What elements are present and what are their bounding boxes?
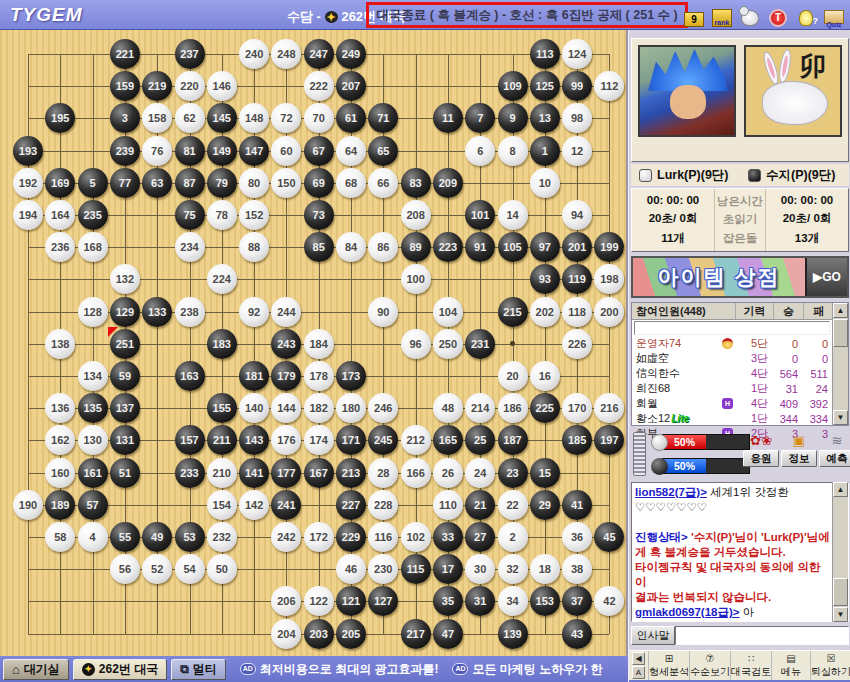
white-stone-move-26[interactable]: 26 [433, 458, 463, 488]
white-stone-move-140[interactable]: 140 [239, 393, 269, 423]
info-button[interactable]: 정보 [781, 450, 817, 467]
white-stone-move-18[interactable]: 18 [530, 554, 560, 584]
black-stone-move-5[interactable]: 5 [78, 168, 108, 198]
black-stone-move-211[interactable]: 211 [207, 425, 237, 455]
white-stone-move-68[interactable]: 68 [336, 168, 366, 198]
last-move-marker [108, 327, 118, 337]
tygem-go-client-window: TYGEM 수담 - ✦ 262번 대국 대국종료 ( 흑 불계승 ) - 호선… [0, 0, 850, 682]
predict-button[interactable]: 예측 [819, 450, 850, 467]
white-stone-move-20[interactable]: 20 [498, 361, 528, 391]
white-stone-move-138[interactable]: 138 [45, 329, 75, 359]
black-stone-move-231[interactable]: 231 [465, 329, 495, 359]
black-stone-move-147[interactable]: 147 [239, 136, 269, 166]
black-stone-move-227[interactable]: 227 [336, 490, 366, 520]
white-stone-move-48[interactable]: 48 [433, 393, 463, 423]
black-stone-move-85[interactable]: 85 [304, 232, 334, 262]
대국검토-button[interactable]: ∷대국검토 [730, 651, 771, 681]
black-stone-move-167[interactable]: 167 [304, 458, 334, 488]
white-stone-move-56[interactable]: 56 [110, 554, 140, 584]
black-stone-move-183[interactable]: 183 [207, 329, 237, 359]
black-stone-move-155[interactable]: 155 [207, 393, 237, 423]
tab-lobby[interactable]: ⌂ 대기실 [3, 659, 69, 680]
black-stone-move-205[interactable]: 205 [336, 619, 366, 649]
black-stone-move-241[interactable]: 241 [271, 490, 301, 520]
game-result-banner: 대국종료 ( 흑 불계승 ) - 호선 : 흑 6집반 공제 ( 251 수 ) [366, 2, 688, 28]
hoshi-point [510, 341, 515, 346]
white-stone-move-10[interactable]: 10 [530, 168, 560, 198]
black-time: 00: 00: 00 [781, 194, 833, 206]
participant-filter-row[interactable] [634, 321, 830, 335]
퇴실하기-button[interactable]: ☒퇴실하기 [810, 651, 850, 681]
white-stone-move-116[interactable]: 116 [368, 522, 398, 552]
white-stone-move-166[interactable]: 166 [401, 458, 431, 488]
black-stone-move-149[interactable]: 149 [207, 136, 237, 166]
black-stone-move-209[interactable]: 209 [433, 168, 463, 198]
participant-row[interactable]: 운영자745단00 [632, 336, 848, 351]
chat-scrollbar[interactable]: ▲ ▼ [832, 482, 848, 622]
white-stone-move-234[interactable]: 234 [175, 232, 205, 262]
black-stone-move-25[interactable]: 25 [465, 425, 495, 455]
black-stone-move-67[interactable]: 67 [304, 136, 334, 166]
black-stone-move-55[interactable]: 55 [110, 522, 140, 552]
white-stone-move-142[interactable]: 142 [239, 490, 269, 520]
white-stone-move-202[interactable]: 202 [530, 297, 560, 327]
black-stone-move-63[interactable]: 63 [142, 168, 172, 198]
chat-log[interactable]: lion582(7급)> 세계1위 갓정환♡♡♡♡♡♡♡ 진행상태> '수지(P… [631, 482, 849, 622]
participant-row[interactable]: 信의한수4단564511 [632, 366, 848, 381]
chat-scroll-up[interactable]: ▲ [833, 482, 848, 497]
white-stone-move-246[interactable]: 246 [368, 393, 398, 423]
black-stone-move-233[interactable]: 233 [175, 458, 205, 488]
black-stone-move-77[interactable]: 77 [110, 168, 140, 198]
white-stone-move-80[interactable]: 80 [239, 168, 269, 198]
black-stone-move-161[interactable]: 161 [78, 458, 108, 488]
white-stone-move-214[interactable]: 214 [465, 393, 495, 423]
participant-list: 참여인원(448) 기력 승 패 운영자745단00如虛空3단00信의한수4단5… [631, 302, 849, 426]
participant-scrollbar[interactable]: ▲ ▼ [832, 303, 848, 425]
white-stone-move-198[interactable]: 198 [594, 264, 624, 294]
black-stone-move-113[interactable]: 113 [530, 39, 560, 69]
white-stone-move-130[interactable]: 130 [78, 425, 108, 455]
mouse-mascot-icon[interactable] [738, 2, 762, 28]
black-stone-move-119[interactable]: 119 [562, 264, 592, 294]
black-stone-move-153[interactable]: 153 [530, 586, 560, 616]
white-stone-move-240[interactable]: 240 [239, 39, 269, 69]
bouquet-icon: ✿❀ [750, 432, 772, 450]
white-time: 00: 00: 00 [647, 194, 699, 206]
white-stone-move-124[interactable]: 124 [562, 39, 592, 69]
white-stone-move-226[interactable]: 226 [562, 329, 592, 359]
white-player-avatar [638, 45, 736, 137]
black-stone-move-215[interactable]: 215 [498, 297, 528, 327]
white-stone-move-128[interactable]: 128 [78, 297, 108, 327]
black-captures: 13개 [795, 231, 819, 246]
black-stone-move-133[interactable]: 133 [142, 297, 172, 327]
black-stone-move-203[interactable]: 203 [304, 619, 334, 649]
white-stone-move-200[interactable]: 200 [594, 297, 624, 327]
white-stone-move-2[interactable]: 2 [498, 522, 528, 552]
greeting-button[interactable]: 인사말 [631, 626, 675, 645]
black-stone-move-27[interactable]: 27 [465, 522, 495, 552]
black-stone-move-9[interactable]: 9 [498, 103, 528, 133]
black-stone-move-179[interactable]: 179 [271, 361, 301, 391]
black-stone-move-129[interactable]: 129 [110, 297, 140, 327]
white-stone-move-232[interactable]: 232 [207, 522, 237, 552]
white-stone-move-180[interactable]: 180 [336, 393, 366, 423]
toolbox-icon: ▣ [793, 432, 805, 450]
black-stone-move-251[interactable]: 251 [110, 329, 140, 359]
black-stone-move-87[interactable]: 87 [175, 168, 205, 198]
white-stone-move-62[interactable]: 62 [175, 103, 205, 133]
black-stone-move-157[interactable]: 157 [175, 425, 205, 455]
white-captures: 11개 [661, 231, 685, 246]
black-stone-move-53[interactable]: 53 [175, 522, 205, 552]
white-stone-move-34[interactable]: 34 [498, 586, 528, 616]
white-stone-move-216[interactable]: 216 [594, 393, 624, 423]
white-stone-move-52[interactable]: 52 [142, 554, 172, 584]
white-stone-move-220[interactable]: 220 [175, 71, 205, 101]
black-stone-move-21[interactable]: 21 [465, 490, 495, 520]
white-stone-move-244[interactable]: 244 [271, 297, 301, 327]
black-stone-move-121[interactable]: 121 [336, 586, 366, 616]
white-stone-move-238[interactable]: 238 [175, 297, 205, 327]
black-stone-move-143[interactable]: 143 [239, 425, 269, 455]
font-button[interactable]: A [632, 666, 645, 679]
white-stone-move-94[interactable]: 94 [562, 200, 592, 230]
black-stone-move-221[interactable]: 221 [110, 39, 140, 69]
white-stone-move-228[interactable]: 228 [368, 490, 398, 520]
white-stone-move-136[interactable]: 136 [45, 393, 75, 423]
stones-icon: ∷ [748, 653, 754, 665]
participant-row[interactable]: 희진681단3124 [632, 381, 848, 396]
chat-scroll-down[interactable]: ▼ [833, 607, 848, 622]
black-stone-move-29[interactable]: 29 [530, 490, 560, 520]
white-stone-move-14[interactable]: 14 [498, 200, 528, 230]
white-stone-move-100[interactable]: 100 [401, 264, 431, 294]
white-stone-move-50[interactable]: 50 [207, 554, 237, 584]
white-stone-move-158[interactable]: 158 [142, 103, 172, 133]
bulb-question-icon[interactable]: ? [794, 2, 818, 28]
black-stone-move-137[interactable]: 137 [110, 393, 140, 423]
black-stone-move-243[interactable]: 243 [271, 329, 301, 359]
black-player-name-cell: 수지(P)(9단) [740, 167, 849, 184]
black-stone-move-173[interactable]: 173 [336, 361, 366, 391]
collapse-button[interactable]: ◀ [632, 652, 645, 665]
black-stone-move-45[interactable]: 45 [594, 522, 624, 552]
black-stone-move-93[interactable]: 93 [530, 264, 560, 294]
white-stone-move-46[interactable]: 46 [336, 554, 366, 584]
white-stone-move-174[interactable]: 174 [304, 425, 334, 455]
white-stone-move-58[interactable]: 58 [45, 522, 75, 552]
black-stone-move-177[interactable]: 177 [271, 458, 301, 488]
smiley-redcap [722, 338, 733, 349]
black-stone-move-207[interactable]: 207 [336, 71, 366, 101]
black-stone-move-171[interactable]: 171 [336, 425, 366, 455]
volume-slider[interactable] [633, 432, 646, 476]
white-stone-move-4[interactable]: 4 [78, 522, 108, 552]
white-stone-move-28[interactable]: 28 [368, 458, 398, 488]
black-stone-move-3[interactable]: 3 [110, 103, 140, 133]
white-stone-move-178[interactable]: 178 [304, 361, 334, 391]
black-stone-move-57[interactable]: 57 [78, 490, 108, 520]
ad-banner-2[interactable]: AD 모든 마케팅 노하우가 한 [452, 661, 602, 678]
black-stone-move-201[interactable]: 201 [562, 232, 592, 262]
white-stone-move-248[interactable]: 248 [271, 39, 301, 69]
white-stone-move-36[interactable]: 36 [562, 522, 592, 552]
white-stone-move-76[interactable]: 76 [142, 136, 172, 166]
white-player-name-cell: Lurk(P)(9단) [631, 167, 740, 184]
black-stone-move-81[interactable]: 81 [175, 136, 205, 166]
quiz-envelope-icon[interactable]: Quiz [822, 2, 846, 28]
black-stone-move-11[interactable]: 11 [433, 103, 463, 133]
black-stone-move-193[interactable]: 193 [13, 136, 43, 166]
white-stone-move-60[interactable]: 60 [271, 136, 301, 166]
black-stone-move-195[interactable]: 195 [45, 103, 75, 133]
black-stone-move-145[interactable]: 145 [207, 103, 237, 133]
white-stone-move-64[interactable]: 64 [336, 136, 366, 166]
white-stone-move-230[interactable]: 230 [368, 554, 398, 584]
white-stone-move-78[interactable]: 78 [207, 200, 237, 230]
black-stone-move-71[interactable]: 71 [368, 103, 398, 133]
black-stone-move-247[interactable]: 247 [304, 39, 334, 69]
greeting-row: 인사말 [631, 626, 849, 646]
white-stone-move-164[interactable]: 164 [45, 200, 75, 230]
tab-game-262[interactable]: ✦ 262번 대국 [73, 659, 167, 680]
white-stone-move-134[interactable]: 134 [78, 361, 108, 391]
white-stone-move-72[interactable]: 72 [271, 103, 301, 133]
black-stone-move-35[interactable]: 35 [433, 586, 463, 616]
black-stone-move-79[interactable]: 79 [207, 168, 237, 198]
white-stone-move-172[interactable]: 172 [304, 522, 334, 552]
black-stone-move-181[interactable]: 181 [239, 361, 269, 391]
white-stone-move-184[interactable]: 184 [304, 329, 334, 359]
white-stone-move-42[interactable]: 42 [594, 586, 624, 616]
white-stone-move-150[interactable]: 150 [271, 168, 301, 198]
ad-badge-icon: AD [452, 663, 468, 675]
white-stone-move-24[interactable]: 24 [465, 458, 495, 488]
white-stone-move-146[interactable]: 146 [207, 71, 237, 101]
black-stone-move-199[interactable]: 199 [594, 232, 624, 262]
white-stone-move-208[interactable]: 208 [401, 200, 431, 230]
black-stone-move-33[interactable]: 33 [433, 522, 463, 552]
black-stone-move-249[interactable]: 249 [336, 39, 366, 69]
black-stone-move-125[interactable]: 125 [530, 71, 560, 101]
white-clock: 00: 00: 00 20초/ 0회 11개 [632, 189, 714, 251]
white-stone-move-170[interactable]: 170 [562, 393, 592, 423]
black-stone-move-73[interactable]: 73 [304, 200, 334, 230]
participant-row[interactable]: 회월H4단409392 [632, 396, 848, 411]
black-clock: 00: 00: 00 20초/ 0회 13개 [766, 189, 848, 251]
white-stone-move-98[interactable]: 98 [562, 103, 592, 133]
black-stone-move-41[interactable]: 41 [562, 490, 592, 520]
white-stone-move-194[interactable]: 194 [13, 200, 43, 230]
black-stone-move-169[interactable]: 169 [45, 168, 75, 198]
black-stone-move-91[interactable]: 91 [465, 232, 495, 262]
white-stone-move-206[interactable]: 206 [271, 586, 301, 616]
participant-row[interactable]: 황소12Lite1단344334 [632, 411, 848, 426]
white-stone-move-144[interactable]: 144 [271, 393, 301, 423]
white-stone-move-132[interactable]: 132 [110, 264, 140, 294]
dan-9-medal-icon[interactable]: 9 [682, 2, 706, 28]
black-stone-move-51[interactable]: 51 [110, 458, 140, 488]
black-stone-move-163[interactable]: 163 [175, 361, 205, 391]
형세분석-button[interactable]: ⊞형세분석 [648, 651, 689, 681]
dice-h: H [722, 398, 733, 409]
black-stone-move-97[interactable]: 97 [530, 232, 560, 262]
white-stone-move-30[interactable]: 30 [465, 554, 495, 584]
chat-line: ♡♡♡♡♡♡♡ [635, 500, 830, 515]
white-stone-move-190[interactable]: 190 [13, 490, 43, 520]
white-stone-move-96[interactable]: 96 [401, 329, 431, 359]
shop-go-button[interactable]: ▶GO [805, 258, 847, 296]
black-stone-move-239[interactable]: 239 [110, 136, 140, 166]
white-stone-move-6[interactable]: 6 [465, 136, 495, 166]
black-stone-move-217[interactable]: 217 [401, 619, 431, 649]
white-stone-move-168[interactable]: 168 [78, 232, 108, 262]
black-stone-move-165[interactable]: 165 [433, 425, 463, 455]
t-coin-icon[interactable]: T [766, 2, 790, 28]
ad-banner-1[interactable]: AD 최저비용으로 최대의 광고효과를! [240, 661, 439, 678]
black-stone-move-69[interactable]: 69 [304, 168, 334, 198]
item-shop-banner[interactable]: 아이템 상점 ▶GO [631, 256, 849, 298]
black-stone-move-139[interactable]: 139 [498, 619, 528, 649]
black-stone-move-235[interactable]: 235 [78, 200, 108, 230]
black-stone-move-115[interactable]: 115 [401, 554, 431, 584]
black-stone-move-237[interactable]: 237 [175, 39, 205, 69]
white-stone-move-112[interactable]: 112 [594, 71, 624, 101]
메뉴-button[interactable]: ▤메뉴 [771, 651, 810, 681]
black-stone-move-75[interactable]: 75 [175, 200, 205, 230]
white-stone-move-86[interactable]: 86 [368, 232, 398, 262]
white-stone-move-148[interactable]: 148 [239, 103, 269, 133]
white-stone-move-66[interactable]: 66 [368, 168, 398, 198]
participant-header[interactable]: 참여인원(448) 기력 승 패 [632, 303, 848, 320]
scroll-up-arrow[interactable]: ▲ [833, 303, 848, 318]
black-stone-move-187[interactable]: 187 [498, 425, 528, 455]
white-stone-move-160[interactable]: 160 [45, 458, 75, 488]
premium-flower-icon: ✦ [325, 11, 338, 23]
white-stone-move-154[interactable]: 154 [207, 490, 237, 520]
white-stone-move-210[interactable]: 210 [207, 458, 237, 488]
black-stone-move-31[interactable]: 31 [465, 586, 495, 616]
black-stone-move-141[interactable]: 141 [239, 458, 269, 488]
black-stone-move-109[interactable]: 109 [498, 71, 528, 101]
white-stone-move-110[interactable]: 110 [433, 490, 463, 520]
white-stone-move-38[interactable]: 38 [562, 554, 592, 584]
scroll-down-arrow[interactable]: ▼ [833, 410, 848, 425]
black-stone-move-219[interactable]: 219 [142, 71, 172, 101]
black-stone-move-37[interactable]: 37 [562, 586, 592, 616]
white-stone-move-88[interactable]: 88 [239, 232, 269, 262]
black-stone-move-65[interactable]: 65 [368, 136, 398, 166]
black-stone-move-43[interactable]: 43 [562, 619, 592, 649]
black-stone-move-105[interactable]: 105 [498, 232, 528, 262]
white-stone-move-16[interactable]: 16 [530, 361, 560, 391]
white-stone-move-204[interactable]: 204 [271, 619, 301, 649]
coins-icon: ≋ [832, 432, 843, 450]
black-stone-move-83[interactable]: 83 [401, 168, 431, 198]
white-stone-move-186[interactable]: 186 [498, 393, 528, 423]
white-stone-move-236[interactable]: 236 [45, 232, 75, 262]
white-stone-move-92[interactable]: 92 [239, 297, 269, 327]
white-stone-move-12[interactable]: 12 [562, 136, 592, 166]
white-stone-move-90[interactable]: 90 [368, 297, 398, 327]
white-stone-move-118[interactable]: 118 [562, 297, 592, 327]
black-stone-move-89[interactable]: 89 [401, 232, 431, 262]
black-stone-move-101[interactable]: 101 [465, 200, 495, 230]
black-stone-move-1[interactable]: 1 [530, 136, 560, 166]
black-stone-move-17[interactable]: 17 [433, 554, 463, 584]
white-stone-move-224[interactable]: 224 [207, 264, 237, 294]
black-stone-move-197[interactable]: 197 [594, 425, 624, 455]
black-stone-move-49[interactable]: 49 [142, 522, 172, 552]
black-stone-move-7[interactable]: 7 [465, 103, 495, 133]
seven-icon: ⑦ [706, 653, 715, 665]
black-stone-move-135[interactable]: 135 [78, 393, 108, 423]
white-cheer-fill: 50% [663, 435, 706, 449]
cheer-button[interactable]: 응원 [743, 450, 779, 467]
participant-row[interactable]: 如虛空3단00 [632, 351, 848, 366]
black-stone-move-47[interactable]: 47 [433, 619, 463, 649]
white-stone-move-84[interactable]: 84 [336, 232, 366, 262]
black-stone-move-13[interactable]: 13 [530, 103, 560, 133]
white-stone-move-8[interactable]: 8 [498, 136, 528, 166]
black-stone-move-223[interactable]: 223 [433, 232, 463, 262]
black-stone-move-127[interactable]: 127 [368, 586, 398, 616]
go-board[interactable]: 2212372402482472491131241592192201462222… [0, 30, 628, 656]
black-stone-move-15[interactable]: 15 [530, 458, 560, 488]
black-stone-move-131[interactable]: 131 [110, 425, 140, 455]
black-stone-move-189[interactable]: 189 [45, 490, 75, 520]
white-stone-move-70[interactable]: 70 [304, 103, 334, 133]
white-stone-move-176[interactable]: 176 [271, 425, 301, 455]
white-stone-move-54[interactable]: 54 [175, 554, 205, 584]
white-stone-move-32[interactable]: 32 [498, 554, 528, 584]
chat-line: 게 흑 불계승을 거두셨습니다. [635, 545, 830, 560]
topbar-icon-tray: 9 rank T ? Quiz [682, 2, 846, 28]
white-stone-move-222[interactable]: 222 [304, 71, 334, 101]
black-stone-move-213[interactable]: 213 [336, 458, 366, 488]
white-stone-move-104[interactable]: 104 [433, 297, 463, 327]
white-stone-move-250[interactable]: 250 [433, 329, 463, 359]
black-stone-move-61[interactable]: 61 [336, 103, 366, 133]
black-stone-move-229[interactable]: 229 [336, 522, 366, 552]
black-stone-move-225[interactable]: 225 [530, 393, 560, 423]
black-stone-move-99[interactable]: 99 [562, 71, 592, 101]
white-stone-move-182[interactable]: 182 [304, 393, 334, 423]
수순보기-button[interactable]: ⑦수순보기 [689, 651, 730, 681]
white-stone-move-192[interactable]: 192 [13, 168, 43, 198]
white-stone-move-22[interactable]: 22 [498, 490, 528, 520]
lite-badge: Lite [671, 413, 689, 424]
black-stone-move-59[interactable]: 59 [110, 361, 140, 391]
white-stone-move-122[interactable]: 122 [304, 586, 334, 616]
side-panel: 卯 Lurk(P)(9단) 수지(P)(9단) 00: 00: 00 20초/ … [628, 30, 850, 682]
white-stone-move-102[interactable]: 102 [401, 522, 431, 552]
white-stone-move-242[interactable]: 242 [271, 522, 301, 552]
black-stone-move-159[interactable]: 159 [110, 71, 140, 101]
chat-input[interactable] [675, 626, 849, 645]
white-stone-move-212[interactable]: 212 [401, 425, 431, 455]
white-stone-move-152[interactable]: 152 [239, 200, 269, 230]
white-stone-move-162[interactable]: 162 [45, 425, 75, 455]
black-stone-move-23[interactable]: 23 [498, 458, 528, 488]
tab-multi[interactable]: ⧉ 멀티 [171, 659, 226, 680]
black-stone-move-185[interactable]: 185 [562, 425, 592, 455]
rank-podium-icon[interactable]: rank [710, 2, 734, 28]
chat-line: lion582(7급)> 세계1위 갓정환 [635, 485, 830, 500]
black-stone-move-245[interactable]: 245 [368, 425, 398, 455]
